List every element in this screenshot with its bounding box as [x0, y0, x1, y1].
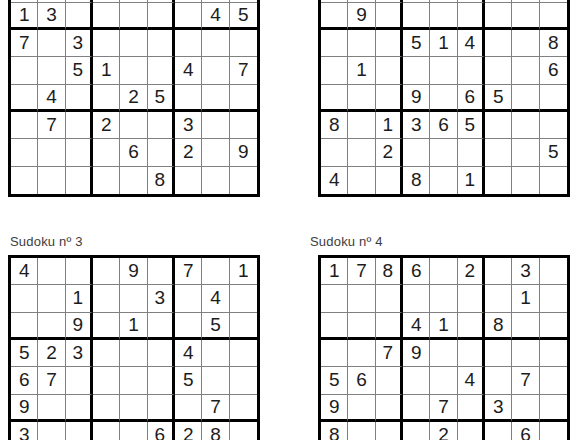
- sudoku-cell[interactable]: [430, 340, 457, 367]
- sudoku-cell[interactable]: 3: [403, 112, 430, 139]
- sudoku-cell[interactable]: 1: [430, 30, 457, 57]
- sudoku-cell[interactable]: [512, 340, 539, 367]
- sudoku-cell[interactable]: [66, 3, 93, 30]
- sudoku-cell[interactable]: [11, 313, 38, 340]
- sudoku-cell[interactable]: 1: [11, 3, 38, 30]
- sudoku-cell[interactable]: [148, 139, 175, 166]
- sudoku-cell[interactable]: [175, 85, 202, 112]
- sudoku-cell[interactable]: [148, 258, 175, 285]
- sudoku-cell[interactable]: [148, 340, 175, 367]
- sudoku-cell[interactable]: [120, 57, 147, 84]
- sudoku-cell[interactable]: [348, 85, 375, 112]
- sudoku-cell[interactable]: 1: [66, 285, 93, 312]
- sudoku-cell[interactable]: [430, 85, 457, 112]
- sudoku-cell[interactable]: [321, 30, 348, 57]
- sudoku-cell[interactable]: 4: [458, 367, 485, 394]
- sudoku-cell[interactable]: [485, 112, 512, 139]
- sudoku-cell[interactable]: 1: [512, 285, 539, 312]
- sudoku-cell[interactable]: 6: [148, 422, 175, 440]
- sudoku-cell[interactable]: [458, 3, 485, 30]
- sudoku-cell[interactable]: [376, 3, 403, 30]
- sudoku-cell[interactable]: [38, 258, 65, 285]
- sudoku-cell[interactable]: 6: [430, 112, 457, 139]
- puzzle-3-title: Sudoku nº 3: [10, 234, 83, 249]
- sudoku-grid-1: 13457351474257236298: [8, 0, 260, 197]
- sudoku-cell[interactable]: 9: [66, 313, 93, 340]
- sudoku-cell[interactable]: [66, 395, 93, 422]
- sudoku-cell[interactable]: [430, 3, 457, 30]
- sudoku-cell[interactable]: 3: [485, 395, 512, 422]
- sudoku-grid-2: 95148169658136525481: [318, 0, 570, 197]
- sudoku-cell[interactable]: [202, 30, 229, 57]
- sudoku-cell[interactable]: [93, 85, 120, 112]
- sudoku-cell[interactable]: [512, 85, 539, 112]
- sudoku-cell[interactable]: 3: [11, 422, 38, 440]
- sudoku-cell[interactable]: [348, 395, 375, 422]
- sudoku-cell[interactable]: [93, 340, 120, 367]
- sudoku-cell[interactable]: [376, 313, 403, 340]
- sudoku-cell[interactable]: [512, 167, 539, 194]
- sudoku-cell[interactable]: [348, 313, 375, 340]
- sudoku-cell[interactable]: 2: [120, 85, 147, 112]
- sudoku-cell[interactable]: 6: [512, 422, 539, 440]
- sudoku-grid-3: 49711349155234675973628: [8, 255, 260, 440]
- sudoku-cell[interactable]: [93, 3, 120, 30]
- sudoku-cell[interactable]: 1: [348, 57, 375, 84]
- sudoku-cell[interactable]: 5: [458, 112, 485, 139]
- sudoku-cell[interactable]: [540, 85, 567, 112]
- sudoku-cell[interactable]: [93, 139, 120, 166]
- sudoku-cell[interactable]: [11, 139, 38, 166]
- sudoku-cell[interactable]: 4: [11, 258, 38, 285]
- sudoku-cell[interactable]: [485, 367, 512, 394]
- sudoku-cell[interactable]: 1: [230, 258, 257, 285]
- sudoku-cell[interactable]: [38, 313, 65, 340]
- sudoku-cell[interactable]: [458, 285, 485, 312]
- sudoku-cell[interactable]: [540, 395, 567, 422]
- sudoku-cell[interactable]: 1: [120, 313, 147, 340]
- sudoku-cell[interactable]: 7: [11, 30, 38, 57]
- sudoku-cell[interactable]: 8: [202, 422, 229, 440]
- sudoku-cell[interactable]: [93, 395, 120, 422]
- sudoku-cell[interactable]: [485, 57, 512, 84]
- sudoku-cell[interactable]: 8: [485, 313, 512, 340]
- sudoku-cell[interactable]: [430, 57, 457, 84]
- sudoku-cell[interactable]: [485, 167, 512, 194]
- sudoku-cell[interactable]: [540, 422, 567, 440]
- sudoku-cell[interactable]: 2: [175, 422, 202, 440]
- sudoku-cell[interactable]: [148, 3, 175, 30]
- sudoku-cell[interactable]: 9: [120, 258, 147, 285]
- sudoku-cell[interactable]: [512, 139, 539, 166]
- sudoku-cell[interactable]: [38, 30, 65, 57]
- sudoku-cell[interactable]: [120, 285, 147, 312]
- sudoku-cell[interactable]: [230, 85, 257, 112]
- sudoku-cell[interactable]: [93, 167, 120, 194]
- sudoku-cell[interactable]: [175, 395, 202, 422]
- sudoku-cell[interactable]: [93, 422, 120, 440]
- sudoku-cell[interactable]: 9: [11, 395, 38, 422]
- sudoku-cell[interactable]: [348, 167, 375, 194]
- sudoku-cell[interactable]: [376, 85, 403, 112]
- sudoku-cell[interactable]: [348, 285, 375, 312]
- sudoku-cell[interactable]: [403, 367, 430, 394]
- sudoku-cell[interactable]: [230, 112, 257, 139]
- sudoku-cell[interactable]: [430, 367, 457, 394]
- sudoku-cell[interactable]: [93, 367, 120, 394]
- sudoku-cell[interactable]: [348, 340, 375, 367]
- sudoku-cell[interactable]: 6: [458, 85, 485, 112]
- sudoku-cell[interactable]: [38, 422, 65, 440]
- sudoku-cell[interactable]: 6: [120, 139, 147, 166]
- sudoku-cell[interactable]: 9: [348, 3, 375, 30]
- sudoku-cell[interactable]: [321, 85, 348, 112]
- sudoku-cell[interactable]: [430, 285, 457, 312]
- sudoku-cell[interactable]: [120, 367, 147, 394]
- sudoku-cell[interactable]: [540, 112, 567, 139]
- sudoku-cell[interactable]: [93, 258, 120, 285]
- sudoku-cell[interactable]: [376, 422, 403, 440]
- sudoku-cell[interactable]: 8: [321, 112, 348, 139]
- sudoku-cell[interactable]: [120, 340, 147, 367]
- sudoku-cell[interactable]: [175, 167, 202, 194]
- sudoku-cell[interactable]: [540, 340, 567, 367]
- sudoku-cell[interactable]: [175, 30, 202, 57]
- sudoku-cell[interactable]: [540, 167, 567, 194]
- sudoku-cell[interactable]: [202, 57, 229, 84]
- sudoku-cell[interactable]: [376, 30, 403, 57]
- sudoku-cell[interactable]: [202, 139, 229, 166]
- sudoku-cell[interactable]: [485, 30, 512, 57]
- sudoku-cell[interactable]: [540, 367, 567, 394]
- sudoku-cell[interactable]: 1: [376, 112, 403, 139]
- sudoku-cell[interactable]: [512, 30, 539, 57]
- sudoku-cell[interactable]: [485, 422, 512, 440]
- sudoku-cell[interactable]: [485, 340, 512, 367]
- sudoku-cell[interactable]: [458, 139, 485, 166]
- sudoku-cell[interactable]: 7: [38, 112, 65, 139]
- sudoku-cell[interactable]: 5: [403, 30, 430, 57]
- sudoku-cell[interactable]: [485, 285, 512, 312]
- sudoku-cell[interactable]: [458, 395, 485, 422]
- sudoku-cell[interactable]: 1: [93, 57, 120, 84]
- sudoku-cell[interactable]: [512, 313, 539, 340]
- sudoku-cell[interactable]: [512, 395, 539, 422]
- sudoku-cell[interactable]: [376, 57, 403, 84]
- sudoku-cell[interactable]: 4: [403, 313, 430, 340]
- sudoku-cell[interactable]: 2: [458, 258, 485, 285]
- sudoku-cell[interactable]: [120, 167, 147, 194]
- sudoku-cell[interactable]: 8: [376, 258, 403, 285]
- sudoku-cell[interactable]: [202, 167, 229, 194]
- sudoku-cell[interactable]: [66, 85, 93, 112]
- sudoku-cell[interactable]: [148, 367, 175, 394]
- sudoku-cell[interactable]: 6: [11, 367, 38, 394]
- sudoku-cell[interactable]: [120, 395, 147, 422]
- sudoku-cell[interactable]: [38, 57, 65, 84]
- sudoku-cell[interactable]: [175, 313, 202, 340]
- sudoku-cell[interactable]: 5: [540, 139, 567, 166]
- sudoku-cell[interactable]: [120, 112, 147, 139]
- sudoku-cell[interactable]: [175, 285, 202, 312]
- sudoku-cell[interactable]: 5: [202, 313, 229, 340]
- sudoku-cell[interactable]: 9: [403, 340, 430, 367]
- sudoku-cell[interactable]: [66, 167, 93, 194]
- sudoku-cell[interactable]: [430, 139, 457, 166]
- sudoku-cell[interactable]: [230, 30, 257, 57]
- sudoku-cell[interactable]: 7: [376, 340, 403, 367]
- sudoku-cell[interactable]: [230, 167, 257, 194]
- sudoku-cell[interactable]: [202, 85, 229, 112]
- sudoku-cell[interactable]: [540, 285, 567, 312]
- sudoku-cell[interactable]: [93, 285, 120, 312]
- sudoku-cell[interactable]: [403, 139, 430, 166]
- sudoku-cell[interactable]: 6: [348, 367, 375, 394]
- sudoku-cell[interactable]: [38, 167, 65, 194]
- sudoku-cell[interactable]: 4: [458, 30, 485, 57]
- sudoku-cell[interactable]: 2: [430, 422, 457, 440]
- sudoku-cell[interactable]: 4: [175, 340, 202, 367]
- sudoku-cell[interactable]: [230, 313, 257, 340]
- sudoku-cell[interactable]: [403, 3, 430, 30]
- sudoku-cell[interactable]: 7: [202, 395, 229, 422]
- sudoku-cell[interactable]: 5: [230, 3, 257, 30]
- sudoku-cell[interactable]: 6: [540, 57, 567, 84]
- sudoku-cell[interactable]: 1: [458, 167, 485, 194]
- sudoku-cell[interactable]: [348, 112, 375, 139]
- sudoku-cell[interactable]: [376, 395, 403, 422]
- sudoku-cell[interactable]: [202, 340, 229, 367]
- sudoku-cell[interactable]: 7: [512, 367, 539, 394]
- sudoku-cell[interactable]: 7: [348, 258, 375, 285]
- sudoku-cell[interactable]: [11, 167, 38, 194]
- sudoku-cell[interactable]: [540, 258, 567, 285]
- sudoku-cell[interactable]: [66, 367, 93, 394]
- sudoku-cell[interactable]: [202, 367, 229, 394]
- sudoku-cell[interactable]: [458, 313, 485, 340]
- sudoku-cell[interactable]: [321, 313, 348, 340]
- sudoku-cell[interactable]: 7: [430, 395, 457, 422]
- sudoku-cell[interactable]: [230, 395, 257, 422]
- sudoku-cell[interactable]: 2: [376, 139, 403, 166]
- sudoku-cell[interactable]: [38, 139, 65, 166]
- sudoku-cell[interactable]: 8: [403, 167, 430, 194]
- sudoku-cell[interactable]: [540, 3, 567, 30]
- sudoku-cell[interactable]: 3: [38, 3, 65, 30]
- sudoku-cell[interactable]: 3: [148, 285, 175, 312]
- sudoku-cell[interactable]: [93, 313, 120, 340]
- sudoku-cell[interactable]: [458, 57, 485, 84]
- sudoku-cell[interactable]: [66, 112, 93, 139]
- sudoku-cell[interactable]: [403, 57, 430, 84]
- sudoku-cell[interactable]: [458, 422, 485, 440]
- sudoku-cell[interactable]: [376, 285, 403, 312]
- sudoku-cell[interactable]: [403, 395, 430, 422]
- sudoku-cell[interactable]: [120, 422, 147, 440]
- sudoku-cell[interactable]: [430, 167, 457, 194]
- sudoku-cell[interactable]: 4: [202, 3, 229, 30]
- sudoku-cell[interactable]: [148, 395, 175, 422]
- sudoku-cell[interactable]: 2: [38, 340, 65, 367]
- sudoku-cell[interactable]: 8: [540, 30, 567, 57]
- sudoku-cell[interactable]: 8: [148, 167, 175, 194]
- sudoku-cell[interactable]: 5: [175, 367, 202, 394]
- sudoku-cell[interactable]: [485, 258, 512, 285]
- sudoku-cell[interactable]: [66, 139, 93, 166]
- sudoku-cell[interactable]: 5: [321, 367, 348, 394]
- sudoku-cell[interactable]: 4: [321, 167, 348, 194]
- sudoku-cell[interactable]: [11, 285, 38, 312]
- sudoku-cell[interactable]: [230, 340, 257, 367]
- sudoku-cell[interactable]: 3: [66, 30, 93, 57]
- sudoku-cell[interactable]: 2: [175, 139, 202, 166]
- sudoku-cell[interactable]: [512, 57, 539, 84]
- sudoku-cell[interactable]: 9: [321, 395, 348, 422]
- sudoku-cell[interactable]: 1: [430, 313, 457, 340]
- sudoku-cell[interactable]: [348, 139, 375, 166]
- sudoku-cell[interactable]: [120, 30, 147, 57]
- sudoku-cell[interactable]: [376, 167, 403, 194]
- sudoku-cell[interactable]: 5: [66, 57, 93, 84]
- sudoku-cell[interactable]: [321, 285, 348, 312]
- sudoku-cell[interactable]: [202, 112, 229, 139]
- sudoku-cell[interactable]: 2: [93, 112, 120, 139]
- sudoku-cell[interactable]: [38, 285, 65, 312]
- sudoku-cell[interactable]: [430, 258, 457, 285]
- puzzle-4-title: Sudoku nº 4: [310, 234, 383, 249]
- sudoku-cell[interactable]: [66, 258, 93, 285]
- sudoku-cell[interactable]: 8: [321, 422, 348, 440]
- sudoku-cell[interactable]: 7: [175, 258, 202, 285]
- sudoku-cell[interactable]: [485, 139, 512, 166]
- sudoku-cell[interactable]: [66, 422, 93, 440]
- sudoku-grid-4: 1786231418795647973826: [318, 255, 570, 440]
- sudoku-cell[interactable]: 9: [230, 139, 257, 166]
- sudoku-cell[interactable]: 7: [38, 367, 65, 394]
- sudoku-cell[interactable]: [230, 367, 257, 394]
- sudoku-cell[interactable]: [348, 422, 375, 440]
- sudoku-cell[interactable]: [120, 3, 147, 30]
- sudoku-cell[interactable]: [148, 313, 175, 340]
- sudoku-cell[interactable]: [321, 340, 348, 367]
- sudoku-cell[interactable]: 3: [512, 258, 539, 285]
- sudoku-cell[interactable]: 6: [403, 258, 430, 285]
- sudoku-cell[interactable]: [202, 258, 229, 285]
- sudoku-sheet: 13457351474257236298 9514816965813652548…: [0, 0, 584, 440]
- sudoku-cell[interactable]: [512, 112, 539, 139]
- sudoku-cell[interactable]: [11, 112, 38, 139]
- sudoku-cell[interactable]: 9: [403, 85, 430, 112]
- sudoku-cell[interactable]: 4: [202, 285, 229, 312]
- sudoku-cell[interactable]: 7: [230, 57, 257, 84]
- sudoku-cell[interactable]: 4: [38, 85, 65, 112]
- sudoku-cell[interactable]: 3: [66, 340, 93, 367]
- sudoku-cell[interactable]: [230, 285, 257, 312]
- sudoku-cell[interactable]: [148, 57, 175, 84]
- sudoku-cell[interactable]: [458, 340, 485, 367]
- sudoku-cell[interactable]: [403, 285, 430, 312]
- sudoku-cell[interactable]: [148, 30, 175, 57]
- sudoku-cell[interactable]: [485, 3, 512, 30]
- sudoku-cell[interactable]: [93, 30, 120, 57]
- sudoku-cell[interactable]: [11, 57, 38, 84]
- sudoku-cell[interactable]: [321, 139, 348, 166]
- sudoku-cell[interactable]: [348, 30, 375, 57]
- sudoku-cell[interactable]: 5: [148, 85, 175, 112]
- sudoku-cell[interactable]: [540, 313, 567, 340]
- sudoku-cell[interactable]: [38, 395, 65, 422]
- sudoku-cell[interactable]: 1: [321, 258, 348, 285]
- sudoku-cell[interactable]: [512, 3, 539, 30]
- sudoku-cell[interactable]: 5: [11, 340, 38, 367]
- sudoku-cell[interactable]: [321, 57, 348, 84]
- sudoku-cell[interactable]: [321, 3, 348, 30]
- sudoku-cell[interactable]: [11, 85, 38, 112]
- sudoku-cell[interactable]: [403, 422, 430, 440]
- sudoku-cell[interactable]: [376, 367, 403, 394]
- sudoku-cell[interactable]: [148, 112, 175, 139]
- sudoku-cell[interactable]: 3: [175, 112, 202, 139]
- sudoku-cell[interactable]: 4: [175, 57, 202, 84]
- sudoku-cell[interactable]: [230, 422, 257, 440]
- sudoku-cell[interactable]: 5: [485, 85, 512, 112]
- sudoku-cell[interactable]: [175, 3, 202, 30]
